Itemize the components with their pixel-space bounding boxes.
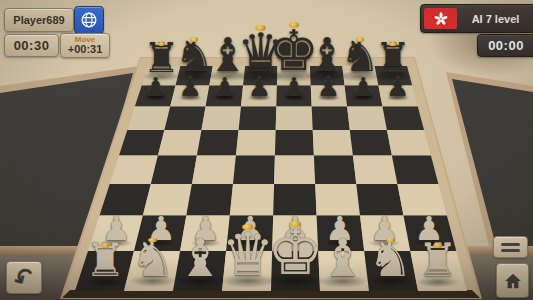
square-g6[interactable]	[347, 107, 387, 130]
gold-accent	[386, 238, 395, 243]
undo-button[interactable]: ↶	[6, 261, 42, 294]
square-g4[interactable]	[353, 156, 398, 184]
square-f5[interactable]	[313, 130, 353, 156]
black-clock: 00:00	[477, 34, 533, 57]
square-b5[interactable]	[158, 130, 202, 156]
square-b4[interactable]	[151, 156, 197, 184]
board-rim-front-edge	[62, 290, 480, 298]
square-c5[interactable]	[197, 130, 239, 156]
piece-black-pawn-b7[interactable]: ♟	[179, 74, 202, 100]
piece-white-bishop-c1[interactable]: ♝	[177, 232, 224, 284]
piece-black-pawn-e7[interactable]: ♟	[282, 74, 305, 100]
white-clock: 00:30	[4, 34, 59, 57]
gold-accent	[290, 221, 301, 227]
square-d6[interactable]	[239, 107, 277, 130]
piece-black-pawn-g7[interactable]: ♟	[351, 74, 374, 100]
white-player-name-panel: Player689	[4, 8, 74, 32]
square-d4[interactable]	[233, 156, 275, 184]
piece-white-bishop-f1[interactable]: ♝	[319, 232, 366, 284]
piece-white-king-e1[interactable]: ♚	[267, 222, 323, 285]
piece-black-pawn-c7[interactable]: ♟	[213, 74, 236, 100]
white-player-name: Player689	[13, 14, 64, 26]
piece-white-rook-a1[interactable]: ♜	[85, 238, 126, 284]
menu-bars-icon	[501, 243, 520, 246]
piece-black-pawn-a7[interactable]: ♟	[144, 74, 167, 100]
square-e4[interactable]	[274, 156, 315, 184]
piece-white-rook-h1[interactable]: ♜	[417, 238, 458, 284]
square-h6[interactable]	[383, 107, 425, 130]
chess-game-screen: ♜♞♝♛♚♝♞♜♟♟♟♟♟♟♟♟♟♟♟♟♟♟♟♟♜♞♝♛♚♝♞♜ Player6…	[0, 0, 533, 300]
gold-accent	[389, 42, 396, 46]
square-e6[interactable]	[276, 107, 313, 130]
gold-accent	[191, 37, 199, 41]
piece-white-knight-g1[interactable]: ♞	[368, 235, 413, 285]
move-clock: Move +00:31	[60, 33, 110, 58]
gold-accent	[148, 238, 157, 243]
square-d5[interactable]	[236, 130, 276, 156]
globe-icon	[79, 10, 99, 30]
undo-arrow-icon: ↶	[9, 262, 38, 293]
gold-accent	[434, 243, 442, 248]
white-clock-value: 00:30	[14, 38, 50, 53]
black-player-name: AI 7 level	[457, 13, 533, 25]
piece-white-knight-b1[interactable]: ♞	[131, 235, 176, 285]
square-e5[interactable]	[275, 130, 314, 156]
square-c6[interactable]	[202, 107, 242, 130]
gold-accent	[356, 37, 364, 41]
piece-black-pawn-f7[interactable]: ♟	[317, 74, 340, 100]
gold-accent	[101, 243, 109, 248]
piece-black-pawn-d7[interactable]: ♟	[248, 74, 271, 100]
gold-accent	[158, 42, 165, 46]
piece-black-pawn-h7[interactable]: ♟	[386, 74, 409, 100]
hong-kong-flag-icon	[424, 8, 457, 29]
gold-accent	[256, 25, 266, 30]
home-button[interactable]	[496, 263, 529, 298]
square-f6[interactable]	[312, 107, 350, 130]
move-clock-value: +00:31	[68, 44, 103, 55]
square-h5[interactable]	[387, 130, 431, 156]
home-icon	[503, 271, 523, 291]
square-b6[interactable]	[164, 107, 205, 130]
gold-accent	[243, 224, 254, 230]
menu-button[interactable]	[493, 236, 528, 258]
black-player-name-panel: AI 7 level	[420, 4, 533, 33]
square-c4[interactable]	[192, 156, 236, 184]
square-f4[interactable]	[314, 156, 356, 184]
square-g5[interactable]	[350, 130, 392, 156]
gold-accent	[289, 22, 299, 28]
square-h4[interactable]	[392, 156, 439, 184]
globe-button[interactable]	[74, 6, 104, 34]
black-clock-value: 00:00	[488, 38, 524, 53]
square-a6[interactable]	[127, 107, 170, 130]
